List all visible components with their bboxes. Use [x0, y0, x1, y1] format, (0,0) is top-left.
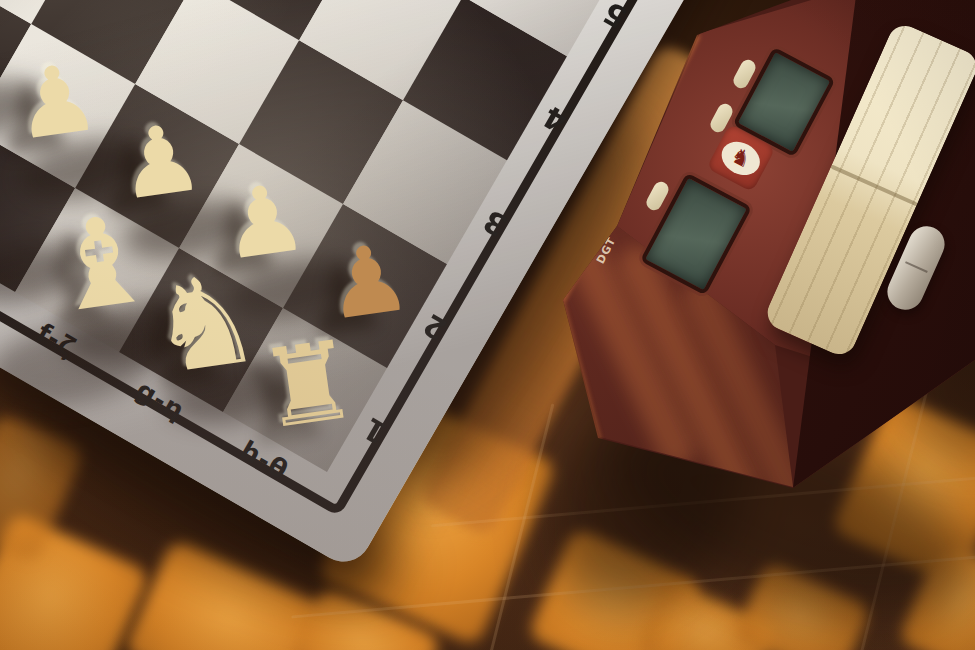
- lever-crease: [830, 164, 918, 206]
- pin-line: [905, 261, 928, 273]
- piece-white-rook-h1[interactable]: ♜: [251, 316, 364, 453]
- piece-white-pawn-e2[interactable]: ♟: [7, 42, 106, 162]
- knight-logo-icon: ♞: [727, 142, 756, 173]
- piece-white-knight-g1[interactable]: ♞: [140, 245, 270, 403]
- logo-circle: ♞: [716, 135, 766, 181]
- scene: a-αb-βc-γd-δe-εf-ζg-ηh-θ12345678 ♟♟♟♟♝♞♜…: [0, 0, 975, 650]
